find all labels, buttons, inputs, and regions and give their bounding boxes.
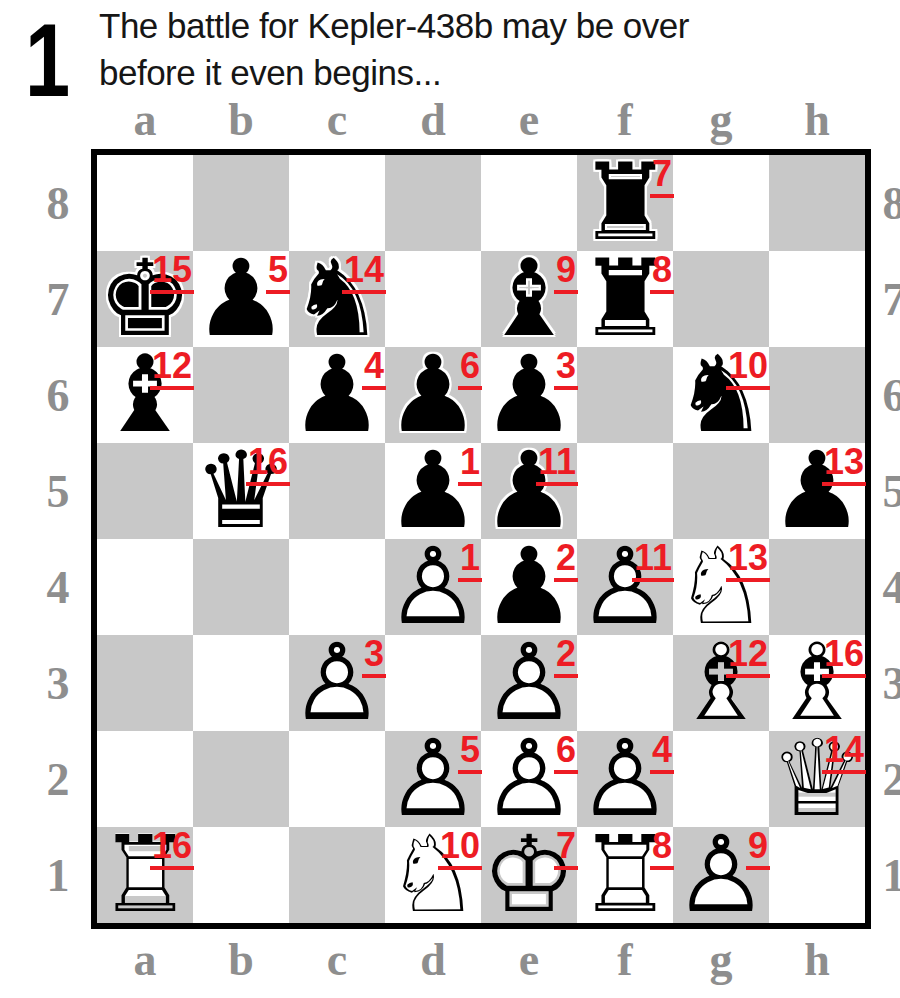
square-d2[interactable]: ♟︎♙5	[385, 731, 481, 827]
file-label-b: b	[193, 92, 289, 146]
square-a7[interactable]: ♚15	[97, 251, 193, 347]
rank-labels-left: 87654321	[36, 155, 80, 923]
file-label-g: g	[673, 932, 769, 986]
piece-number-c6: 4	[362, 348, 386, 390]
square-d6[interactable]: ♟︎6	[385, 347, 481, 443]
square-c3[interactable]: ♟︎♙3	[289, 635, 385, 731]
piece-number-d1: 10	[438, 828, 482, 870]
rank-label-5: 5	[36, 443, 80, 539]
rank-label-8: 8	[872, 155, 900, 251]
rank-label-7: 7	[872, 251, 900, 347]
square-f6[interactable]	[577, 347, 673, 443]
rank-label-5: 5	[872, 443, 900, 539]
file-label-h: h	[769, 92, 865, 146]
square-b5[interactable]: ♛16	[193, 443, 289, 539]
file-label-d: d	[385, 92, 481, 146]
square-d4[interactable]: ♟︎♙1	[385, 539, 481, 635]
square-f8[interactable]: ♜7	[577, 155, 673, 251]
piece-number-d5: 1	[458, 444, 482, 486]
square-d8[interactable]	[385, 155, 481, 251]
file-label-f: f	[577, 92, 673, 146]
square-f3[interactable]	[577, 635, 673, 731]
square-e1[interactable]: ♚♔7	[481, 827, 577, 923]
square-e7[interactable]: ♝9	[481, 251, 577, 347]
square-a2[interactable]	[97, 731, 193, 827]
piece-number-e3: 2	[554, 636, 578, 678]
square-h4[interactable]	[769, 539, 865, 635]
square-e6[interactable]: ♟︎3	[481, 347, 577, 443]
square-e3[interactable]: ♟︎♙2	[481, 635, 577, 731]
square-f4[interactable]: ♟︎♙11	[577, 539, 673, 635]
square-d1[interactable]: ♞♘10	[385, 827, 481, 923]
file-labels-top: abcdefgh	[97, 92, 865, 146]
square-h1[interactable]	[769, 827, 865, 923]
square-a4[interactable]	[97, 539, 193, 635]
piece-number-d2: 5	[458, 732, 482, 774]
square-f5[interactable]	[577, 443, 673, 539]
file-label-h: h	[769, 932, 865, 986]
square-b8[interactable]	[193, 155, 289, 251]
piece-number-f1: 8	[650, 828, 674, 870]
rank-label-7: 7	[36, 251, 80, 347]
square-g5[interactable]	[673, 443, 769, 539]
piece-number-e6: 3	[554, 348, 578, 390]
square-a8[interactable]	[97, 155, 193, 251]
square-c1[interactable]	[289, 827, 385, 923]
piece-number-d6: 6	[458, 348, 482, 390]
rank-label-2: 2	[36, 731, 80, 827]
square-f2[interactable]: ♟︎♙4	[577, 731, 673, 827]
piece-number-b5: 16	[246, 444, 290, 486]
piece-number-g1: 9	[746, 828, 770, 870]
square-g8[interactable]	[673, 155, 769, 251]
square-f1[interactable]: ♜♖8	[577, 827, 673, 923]
square-e4[interactable]: ♟︎2	[481, 539, 577, 635]
puzzle-number: 1	[18, 8, 74, 112]
rank-labels-right: 87654321	[872, 155, 900, 923]
square-h8[interactable]	[769, 155, 865, 251]
rank-label-4: 4	[36, 539, 80, 635]
file-label-a: a	[97, 932, 193, 986]
square-c2[interactable]	[289, 731, 385, 827]
square-h6[interactable]	[769, 347, 865, 443]
piece-number-a1: 16	[150, 828, 194, 870]
piece-number-f2: 4	[650, 732, 674, 774]
rank-label-8: 8	[36, 155, 80, 251]
puzzle-title-line1: The battle for Kepler-438b may be over	[99, 2, 689, 49]
square-h5[interactable]: ♟︎13	[769, 443, 865, 539]
piece-number-e1: 7	[554, 828, 578, 870]
square-g6[interactable]: ♞10	[673, 347, 769, 443]
rank-label-6: 6	[36, 347, 80, 443]
square-d7[interactable]	[385, 251, 481, 347]
square-a6[interactable]: ♝12	[97, 347, 193, 443]
rank-label-6: 6	[872, 347, 900, 443]
rank-label-1: 1	[872, 827, 900, 923]
square-b6[interactable]	[193, 347, 289, 443]
puzzle-title: The battle for Kepler-438b may be over b…	[99, 2, 689, 96]
file-label-c: c	[289, 92, 385, 146]
rank-label-3: 3	[36, 635, 80, 731]
square-e5[interactable]: ♟︎11	[481, 443, 577, 539]
file-label-a: a	[97, 92, 193, 146]
file-label-b: b	[193, 932, 289, 986]
square-c6[interactable]: ♟︎4	[289, 347, 385, 443]
piece-number-g6: 10	[726, 348, 770, 390]
square-d5[interactable]: ♟︎1	[385, 443, 481, 539]
piece-number-d4: 1	[458, 540, 482, 582]
square-c4[interactable]	[289, 539, 385, 635]
square-c5[interactable]	[289, 443, 385, 539]
piece-number-f4: 11	[632, 540, 674, 582]
puzzle-title-line2: before it even begins...	[99, 49, 689, 96]
file-labels-bottom: abcdefgh	[97, 932, 865, 986]
file-label-e: e	[481, 92, 577, 146]
square-c7[interactable]: ♞14	[289, 251, 385, 347]
chess-board[interactable]: ♜7♚15♟︎5♞14♝9♜8♝12♟︎4♟︎6♟︎3♞10♛16♟︎1♟︎11…	[91, 149, 871, 929]
square-g1[interactable]: ♟︎♙9	[673, 827, 769, 923]
piece-number-f7: 8	[650, 252, 674, 294]
file-label-e: e	[481, 932, 577, 986]
piece-number-h2: 14	[822, 732, 866, 774]
piece-number-e4: 2	[554, 540, 578, 582]
piece-number-c3: 3	[362, 636, 386, 678]
piece-number-e7: 9	[554, 252, 578, 294]
square-b2[interactable]	[193, 731, 289, 827]
file-label-d: d	[385, 932, 481, 986]
square-h3[interactable]: ♝♗16	[769, 635, 865, 731]
square-h2[interactable]: ♛♕14	[769, 731, 865, 827]
piece-number-g3: 12	[726, 636, 770, 678]
square-e8[interactable]	[481, 155, 577, 251]
rank-label-1: 1	[36, 827, 80, 923]
piece-number-e5: 11	[536, 444, 578, 486]
square-b4[interactable]	[193, 539, 289, 635]
square-g7[interactable]	[673, 251, 769, 347]
piece-number-b7: 5	[266, 252, 290, 294]
square-b1[interactable]	[193, 827, 289, 923]
rank-label-2: 2	[872, 731, 900, 827]
square-b7[interactable]: ♟︎5	[193, 251, 289, 347]
piece-number-g4: 13	[726, 540, 770, 582]
piece-number-h3: 16	[822, 636, 866, 678]
file-label-f: f	[577, 932, 673, 986]
piece-number-a7: 15	[150, 252, 194, 294]
square-h7[interactable]	[769, 251, 865, 347]
file-label-g: g	[673, 92, 769, 146]
square-g4[interactable]: ♞♘13	[673, 539, 769, 635]
square-g3[interactable]: ♝♗12	[673, 635, 769, 731]
piece-number-e2: 6	[554, 732, 578, 774]
rank-label-3: 3	[872, 635, 900, 731]
rank-label-4: 4	[872, 539, 900, 635]
square-c8[interactable]	[289, 155, 385, 251]
piece-number-a6: 12	[150, 348, 194, 390]
square-a1[interactable]: ♜♖16	[97, 827, 193, 923]
piece-number-f8: 7	[650, 156, 674, 198]
square-f7[interactable]: ♜8	[577, 251, 673, 347]
square-e2[interactable]: ♟︎♙6	[481, 731, 577, 827]
square-d3[interactable]	[385, 635, 481, 731]
piece-number-h5: 13	[822, 444, 866, 486]
file-label-c: c	[289, 932, 385, 986]
square-g2[interactable]	[673, 731, 769, 827]
piece-number-c7: 14	[342, 252, 386, 294]
square-b3[interactable]	[193, 635, 289, 731]
square-a3[interactable]	[97, 635, 193, 731]
square-a5[interactable]	[97, 443, 193, 539]
